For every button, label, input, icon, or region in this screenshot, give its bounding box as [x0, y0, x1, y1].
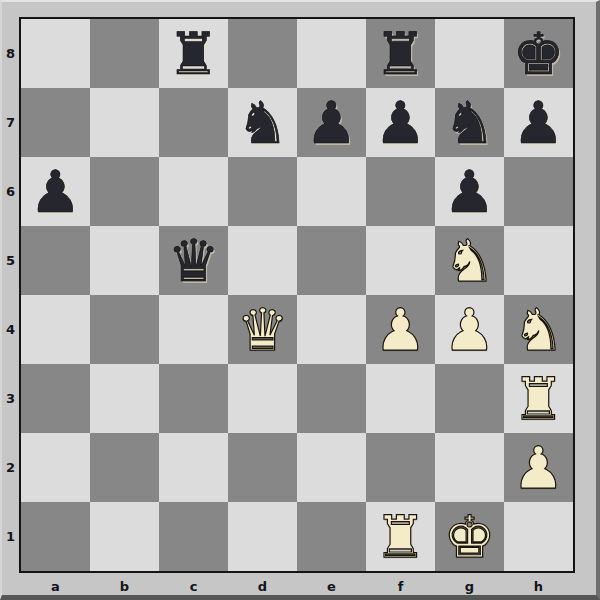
piece-black-knight[interactable]: ♞ — [237, 94, 289, 152]
square-c2[interactable] — [159, 433, 228, 502]
square-e6[interactable] — [297, 157, 366, 226]
square-b7[interactable] — [90, 88, 159, 157]
piece-white-pawn[interactable]: ♟ — [444, 301, 496, 359]
square-g8[interactable] — [435, 19, 504, 88]
square-d7[interactable]: ♞ — [228, 88, 297, 157]
square-f1[interactable]: ♜ — [366, 502, 435, 571]
square-g7[interactable]: ♞ — [435, 88, 504, 157]
piece-white-knight[interactable]: ♞ — [513, 301, 565, 359]
square-d5[interactable] — [228, 226, 297, 295]
piece-black-queen[interactable]: ♛ — [168, 232, 220, 290]
rank-label-1: 1 — [2, 502, 19, 571]
rank-label-3: 3 — [2, 364, 19, 433]
square-d1[interactable] — [228, 502, 297, 571]
square-a7[interactable] — [21, 88, 90, 157]
square-b1[interactable] — [90, 502, 159, 571]
square-f2[interactable] — [366, 433, 435, 502]
piece-white-pawn[interactable]: ♟ — [513, 439, 565, 497]
piece-black-rook[interactable]: ♜ — [375, 25, 427, 83]
square-h8[interactable]: ♚ — [504, 19, 573, 88]
file-label-b: b — [90, 575, 159, 597]
square-h1[interactable] — [504, 502, 573, 571]
square-g6[interactable]: ♟ — [435, 157, 504, 226]
square-f4[interactable]: ♟ — [366, 295, 435, 364]
chess-board: ♜♜♚♞♟♟♞♟♟♟♛♞♛♟♟♞♜♟♜♚ — [19, 17, 575, 573]
square-a1[interactable] — [21, 502, 90, 571]
square-c6[interactable] — [159, 157, 228, 226]
piece-white-pawn[interactable]: ♟ — [375, 301, 427, 359]
square-a2[interactable] — [21, 433, 90, 502]
rank-label-8: 8 — [2, 19, 19, 88]
square-f5[interactable] — [366, 226, 435, 295]
piece-black-king[interactable]: ♚ — [513, 25, 565, 83]
piece-black-pawn[interactable]: ♟ — [513, 94, 565, 152]
square-c3[interactable] — [159, 364, 228, 433]
file-label-e: e — [297, 575, 366, 597]
square-a3[interactable] — [21, 364, 90, 433]
rank-label-7: 7 — [2, 88, 19, 157]
square-h3[interactable]: ♜ — [504, 364, 573, 433]
file-labels: abcdefgh — [21, 575, 573, 597]
square-a5[interactable] — [21, 226, 90, 295]
square-h6[interactable] — [504, 157, 573, 226]
square-f7[interactable]: ♟ — [366, 88, 435, 157]
file-label-h: h — [504, 575, 573, 597]
square-e7[interactable]: ♟ — [297, 88, 366, 157]
square-g1[interactable]: ♚ — [435, 502, 504, 571]
piece-black-pawn[interactable]: ♟ — [306, 94, 358, 152]
square-d8[interactable] — [228, 19, 297, 88]
square-b4[interactable] — [90, 295, 159, 364]
square-d4[interactable]: ♛ — [228, 295, 297, 364]
file-label-g: g — [435, 575, 504, 597]
square-b8[interactable] — [90, 19, 159, 88]
square-c4[interactable] — [159, 295, 228, 364]
board-frame: 87654321 ♜♜♚♞♟♟♞♟♟♟♛♞♛♟♟♞♜♟♜♚ abcdefgh — [0, 0, 600, 600]
file-label-c: c — [159, 575, 228, 597]
square-c8[interactable]: ♜ — [159, 19, 228, 88]
square-g3[interactable] — [435, 364, 504, 433]
square-b5[interactable] — [90, 226, 159, 295]
square-e4[interactable] — [297, 295, 366, 364]
piece-white-rook[interactable]: ♜ — [513, 370, 565, 428]
square-a6[interactable]: ♟ — [21, 157, 90, 226]
square-e3[interactable] — [297, 364, 366, 433]
square-c7[interactable] — [159, 88, 228, 157]
piece-black-knight[interactable]: ♞ — [444, 94, 496, 152]
square-c1[interactable] — [159, 502, 228, 571]
piece-black-pawn[interactable]: ♟ — [30, 163, 82, 221]
square-e2[interactable] — [297, 433, 366, 502]
square-h2[interactable]: ♟ — [504, 433, 573, 502]
square-f3[interactable] — [366, 364, 435, 433]
square-g2[interactable] — [435, 433, 504, 502]
square-d3[interactable] — [228, 364, 297, 433]
file-label-a: a — [21, 575, 90, 597]
file-label-f: f — [366, 575, 435, 597]
piece-white-king[interactable]: ♚ — [444, 508, 496, 566]
rank-label-2: 2 — [2, 433, 19, 502]
piece-white-rook[interactable]: ♜ — [375, 508, 427, 566]
square-b3[interactable] — [90, 364, 159, 433]
piece-black-rook[interactable]: ♜ — [168, 25, 220, 83]
square-d2[interactable] — [228, 433, 297, 502]
square-e5[interactable] — [297, 226, 366, 295]
square-a4[interactable] — [21, 295, 90, 364]
rank-label-6: 6 — [2, 157, 19, 226]
square-g4[interactable]: ♟ — [435, 295, 504, 364]
square-d6[interactable] — [228, 157, 297, 226]
piece-black-pawn[interactable]: ♟ — [375, 94, 427, 152]
square-c5[interactable]: ♛ — [159, 226, 228, 295]
rank-labels: 87654321 — [2, 19, 19, 571]
rank-label-5: 5 — [2, 226, 19, 295]
square-h4[interactable]: ♞ — [504, 295, 573, 364]
square-e8[interactable] — [297, 19, 366, 88]
square-b2[interactable] — [90, 433, 159, 502]
piece-black-pawn[interactable]: ♟ — [444, 163, 496, 221]
square-b6[interactable] — [90, 157, 159, 226]
piece-white-queen[interactable]: ♛ — [237, 301, 289, 359]
piece-white-knight[interactable]: ♞ — [444, 232, 496, 290]
file-label-d: d — [228, 575, 297, 597]
square-f8[interactable]: ♜ — [366, 19, 435, 88]
square-h5[interactable] — [504, 226, 573, 295]
square-h7[interactable]: ♟ — [504, 88, 573, 157]
square-a8[interactable] — [21, 19, 90, 88]
square-e1[interactable] — [297, 502, 366, 571]
rank-label-4: 4 — [2, 295, 19, 364]
square-g5[interactable]: ♞ — [435, 226, 504, 295]
square-f6[interactable] — [366, 157, 435, 226]
